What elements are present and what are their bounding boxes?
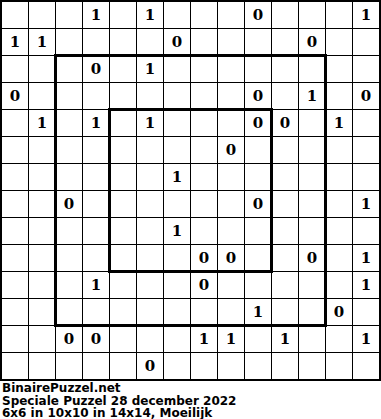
cell-r11c1[interactable]	[2, 272, 28, 298]
cell-r13c8[interactable]: 1	[191, 326, 217, 352]
cell-r9c14[interactable]	[353, 218, 379, 244]
cell-r7c7[interactable]: 1	[164, 164, 190, 190]
cell-r1c8[interactable]	[191, 2, 217, 28]
cell-r7c4[interactable]	[83, 164, 109, 190]
cell-r4c6[interactable]	[137, 83, 163, 109]
cell-r2c6[interactable]	[137, 29, 163, 55]
cell-r13c5[interactable]	[110, 326, 136, 352]
cell-r13c4[interactable]: 0	[83, 326, 109, 352]
cell-r14c11[interactable]	[272, 353, 298, 379]
cell-r3c4[interactable]: 0	[83, 56, 109, 82]
cell-r5c12[interactable]	[299, 110, 325, 136]
cell-r14c4[interactable]	[83, 353, 109, 379]
cell-r4c4[interactable]	[83, 83, 109, 109]
cell-r8c11[interactable]	[272, 191, 298, 217]
cell-r1c4[interactable]: 1	[83, 2, 109, 28]
cell-r9c9[interactable]	[218, 218, 244, 244]
cell-r13c3[interactable]: 0	[56, 326, 82, 352]
cell-r2c12[interactable]: 0	[299, 29, 325, 55]
cell-r8c13[interactable]	[326, 191, 352, 217]
cell-r13c14[interactable]: 1	[353, 326, 379, 352]
cell-r7c8[interactable]	[191, 164, 217, 190]
cell-r11c4[interactable]: 1	[83, 272, 109, 298]
cell-r9c4[interactable]	[83, 218, 109, 244]
cell-r13c2[interactable]	[29, 326, 55, 352]
cell-r8c10[interactable]: 0	[245, 191, 271, 217]
cell-r11c13[interactable]	[326, 272, 352, 298]
cell-r7c6[interactable]	[137, 164, 163, 190]
cell-r5c10[interactable]: 0	[245, 110, 271, 136]
cell-r14c13[interactable]	[326, 353, 352, 379]
cell-r4c8[interactable]	[191, 83, 217, 109]
cell-r11c6[interactable]	[137, 272, 163, 298]
cell-r4c13[interactable]	[326, 83, 352, 109]
cell-r3c11[interactable]	[272, 56, 298, 82]
cell-r6c14[interactable]	[353, 137, 379, 163]
cell-r1c6[interactable]: 1	[137, 2, 163, 28]
cell-r1c5[interactable]	[110, 2, 136, 28]
cell-r1c14[interactable]: 1	[353, 2, 379, 28]
cell-r9c6[interactable]	[137, 218, 163, 244]
cell-r3c12[interactable]	[299, 56, 325, 82]
cell-r10c11[interactable]	[272, 245, 298, 271]
cell-r9c12[interactable]	[299, 218, 325, 244]
cell-r6c8[interactable]	[191, 137, 217, 163]
cell-r9c13[interactable]	[326, 218, 352, 244]
cell-r12c9[interactable]	[218, 299, 244, 325]
cell-r7c11[interactable]	[272, 164, 298, 190]
cell-r1c12[interactable]	[299, 2, 325, 28]
cell-r9c8[interactable]	[191, 218, 217, 244]
cell-r11c14[interactable]: 1	[353, 272, 379, 298]
cell-r14c5[interactable]	[110, 353, 136, 379]
cell-r10c10[interactable]	[245, 245, 271, 271]
cell-r7c14[interactable]	[353, 164, 379, 190]
cell-r5c1[interactable]	[2, 110, 28, 136]
cell-r7c5[interactable]	[110, 164, 136, 190]
cell-r6c13[interactable]	[326, 137, 352, 163]
cell-r4c7[interactable]	[164, 83, 190, 109]
cell-r9c1[interactable]	[2, 218, 28, 244]
cell-r4c2[interactable]	[29, 83, 55, 109]
cell-r4c12[interactable]: 1	[299, 83, 325, 109]
cell-r10c5[interactable]	[110, 245, 136, 271]
cell-r3c9[interactable]	[218, 56, 244, 82]
cell-r14c3[interactable]	[56, 353, 82, 379]
cell-r5c9[interactable]	[218, 110, 244, 136]
cell-r14c10[interactable]	[245, 353, 271, 379]
cell-r2c3[interactable]	[56, 29, 82, 55]
cell-r7c10[interactable]	[245, 164, 271, 190]
puzzle-subtitle: 6x6 in 10x10 in 14x14, Moeilijk	[2, 407, 381, 419]
cell-r2c9[interactable]	[218, 29, 244, 55]
cell-r9c10[interactable]	[245, 218, 271, 244]
cell-r7c9[interactable]	[218, 164, 244, 190]
cell-r1c7[interactable]	[164, 2, 190, 28]
cell-r2c14[interactable]	[353, 29, 379, 55]
cell-r3c8[interactable]	[191, 56, 217, 82]
cell-r13c1[interactable]	[2, 326, 28, 352]
cell-r5c4[interactable]: 1	[83, 110, 109, 136]
cell-r11c11[interactable]	[272, 272, 298, 298]
cell-r3c13[interactable]	[326, 56, 352, 82]
cell-r7c2[interactable]	[29, 164, 55, 190]
cell-r14c7[interactable]	[164, 353, 190, 379]
cell-r6c1[interactable]	[2, 137, 28, 163]
cell-r5c14[interactable]	[353, 110, 379, 136]
cell-r5c7[interactable]	[164, 110, 190, 136]
cell-r10c3[interactable]	[56, 245, 82, 271]
cell-r8c8[interactable]	[191, 191, 217, 217]
cell-r4c5[interactable]	[110, 83, 136, 109]
cell-r11c10[interactable]	[245, 272, 271, 298]
cell-r14c8[interactable]	[191, 353, 217, 379]
cell-r7c1[interactable]	[2, 164, 28, 190]
cell-r8c5[interactable]	[110, 191, 136, 217]
cell-r7c12[interactable]	[299, 164, 325, 190]
cell-r10c4[interactable]	[83, 245, 109, 271]
cell-r12c2[interactable]	[29, 299, 55, 325]
cell-r13c6[interactable]	[137, 326, 163, 352]
cell-r6c12[interactable]	[299, 137, 325, 163]
cell-r10c14[interactable]: 1	[353, 245, 379, 271]
cell-r11c3[interactable]	[56, 272, 82, 298]
cell-r9c2[interactable]	[29, 218, 55, 244]
cell-r2c5[interactable]	[110, 29, 136, 55]
cell-r4c1[interactable]: 0	[2, 83, 28, 109]
cell-r1c3[interactable]	[56, 2, 82, 28]
cell-r12c12[interactable]	[299, 299, 325, 325]
cell-r10c2[interactable]	[29, 245, 55, 271]
cell-r6c3[interactable]	[56, 137, 82, 163]
cell-r11c7[interactable]	[164, 272, 190, 298]
cell-r9c3[interactable]	[56, 218, 82, 244]
cell-r8c2[interactable]	[29, 191, 55, 217]
cell-r4c10[interactable]: 0	[245, 83, 271, 109]
cell-r4c14[interactable]: 0	[353, 83, 379, 109]
cell-r12c5[interactable]	[110, 299, 136, 325]
cell-r12c3[interactable]	[56, 299, 82, 325]
cell-r4c3[interactable]	[56, 83, 82, 109]
cell-r10c1[interactable]	[2, 245, 28, 271]
cell-r13c7[interactable]	[164, 326, 190, 352]
cell-r2c4[interactable]	[83, 29, 109, 55]
cell-r12c13[interactable]: 0	[326, 299, 352, 325]
cell-r2c11[interactable]	[272, 29, 298, 55]
cell-r13c9[interactable]: 1	[218, 326, 244, 352]
cell-r13c13[interactable]	[326, 326, 352, 352]
cell-r6c2[interactable]	[29, 137, 55, 163]
cell-r6c10[interactable]	[245, 137, 271, 163]
cell-r10c8[interactable]: 0	[191, 245, 217, 271]
cell-r6c4[interactable]	[83, 137, 109, 163]
cell-r11c9[interactable]	[218, 272, 244, 298]
cell-r5c13[interactable]: 1	[326, 110, 352, 136]
cell-r8c7[interactable]	[164, 191, 190, 217]
cell-r11c5[interactable]	[110, 272, 136, 298]
cell-r5c5[interactable]	[110, 110, 136, 136]
cell-r12c6[interactable]	[137, 299, 163, 325]
cell-r9c7[interactable]: 1	[164, 218, 190, 244]
caption: BinairePuzzel.net Speciale Puzzel 28 dec…	[0, 381, 381, 419]
cell-r6c11[interactable]	[272, 137, 298, 163]
cell-r11c2[interactable]	[29, 272, 55, 298]
cell-r3c2[interactable]	[29, 56, 55, 82]
cell-r3c7[interactable]	[164, 56, 190, 82]
cell-r12c1[interactable]	[2, 299, 28, 325]
cell-r12c11[interactable]	[272, 299, 298, 325]
cell-r14c2[interactable]	[29, 353, 55, 379]
cell-r11c12[interactable]	[299, 272, 325, 298]
cell-r14c14[interactable]	[353, 353, 379, 379]
cell-r7c13[interactable]	[326, 164, 352, 190]
cell-r10c12[interactable]: 0	[299, 245, 325, 271]
cell-r1c1[interactable]	[2, 2, 28, 28]
cell-r1c2[interactable]	[29, 2, 55, 28]
cell-r13c10[interactable]	[245, 326, 271, 352]
cell-r6c7[interactable]	[164, 137, 190, 163]
cell-r8c12[interactable]	[299, 191, 325, 217]
cell-r5c8[interactable]	[191, 110, 217, 136]
cell-r13c12[interactable]	[299, 326, 325, 352]
cell-r12c4[interactable]	[83, 299, 109, 325]
cell-r2c13[interactable]	[326, 29, 352, 55]
cell-r4c9[interactable]	[218, 83, 244, 109]
cell-r1c13[interactable]	[326, 2, 352, 28]
puzzle-board: 1101110001001011100101001100011011000111…	[0, 0, 381, 381]
cell-r12c14[interactable]	[353, 299, 379, 325]
cell-r11c8[interactable]: 0	[191, 272, 217, 298]
cell-r12c7[interactable]	[164, 299, 190, 325]
cell-r3c1[interactable]	[2, 56, 28, 82]
cell-r3c6[interactable]: 1	[137, 56, 163, 82]
cell-r1c9[interactable]	[218, 2, 244, 28]
cell-r3c10[interactable]	[245, 56, 271, 82]
cell-r7c3[interactable]	[56, 164, 82, 190]
cell-r3c3[interactable]	[56, 56, 82, 82]
cell-r8c9[interactable]	[218, 191, 244, 217]
site-name: BinairePuzzel.net	[2, 382, 381, 395]
cell-r2c2[interactable]: 1	[29, 29, 55, 55]
cell-r14c9[interactable]	[218, 353, 244, 379]
cell-r5c11[interactable]: 0	[272, 110, 298, 136]
cell-r14c6[interactable]: 0	[137, 353, 163, 379]
cell-r9c11[interactable]	[272, 218, 298, 244]
cell-r9c5[interactable]	[110, 218, 136, 244]
cell-r5c2[interactable]: 1	[29, 110, 55, 136]
cell-r5c6[interactable]: 1	[137, 110, 163, 136]
cell-r3c14[interactable]	[353, 56, 379, 82]
cell-r12c8[interactable]	[191, 299, 217, 325]
cell-r14c1[interactable]	[2, 353, 28, 379]
cell-r6c6[interactable]	[137, 137, 163, 163]
cell-r5c3[interactable]	[56, 110, 82, 136]
cell-r6c9[interactable]: 0	[218, 137, 244, 163]
cell-r10c7[interactable]	[164, 245, 190, 271]
cell-r10c13[interactable]	[326, 245, 352, 271]
cell-r8c1[interactable]	[2, 191, 28, 217]
cell-r3c5[interactable]	[110, 56, 136, 82]
cell-r8c14[interactable]: 1	[353, 191, 379, 217]
cell-r6c5[interactable]	[110, 137, 136, 163]
cell-r10c6[interactable]	[137, 245, 163, 271]
cell-r2c10[interactable]	[245, 29, 271, 55]
cell-r4c11[interactable]	[272, 83, 298, 109]
cell-r13c11[interactable]: 1	[272, 326, 298, 352]
cell-r1c11[interactable]	[272, 2, 298, 28]
cell-r12c10[interactable]: 1	[245, 299, 271, 325]
cell-r2c8[interactable]	[191, 29, 217, 55]
cell-r8c6[interactable]	[137, 191, 163, 217]
cell-r1c10[interactable]: 0	[245, 2, 271, 28]
cell-r10c9[interactable]: 0	[218, 245, 244, 271]
cell-r8c4[interactable]	[83, 191, 109, 217]
cell-r8c3[interactable]: 0	[56, 191, 82, 217]
cell-r2c7[interactable]: 0	[164, 29, 190, 55]
cell-r2c1[interactable]: 1	[2, 29, 28, 55]
cell-r14c12[interactable]	[299, 353, 325, 379]
